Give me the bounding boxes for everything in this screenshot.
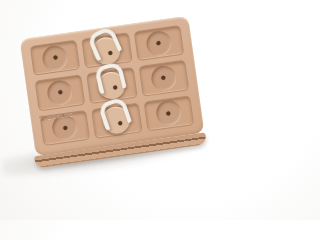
cell-r1c3 [133, 25, 184, 62]
board-tilt-wrapper: DOGLOG [20, 16, 205, 157]
treat-pocket [150, 64, 178, 92]
treat-hole [166, 111, 171, 116]
paw-icon [38, 114, 46, 122]
treat-pocket [145, 29, 173, 57]
treat-hole [58, 91, 63, 96]
treat-pocket [41, 44, 69, 72]
cell-r3c3 [143, 95, 194, 132]
treat-hole [53, 56, 58, 61]
cell-r2c1 [35, 74, 86, 111]
cell-r2c2[interactable] [86, 67, 137, 104]
board-grid [30, 25, 195, 146]
cell-r1c1 [30, 39, 81, 76]
treat-pocket [155, 99, 183, 127]
product-photo-stage: DOGLOG [0, 0, 220, 220]
puzzle-board: DOGLOG [20, 16, 205, 157]
treat-hole [161, 76, 166, 81]
treat-pocket [46, 79, 74, 107]
cell-r3c2[interactable] [91, 102, 142, 139]
cell-r2c3 [138, 60, 189, 97]
treat-hole [63, 126, 68, 131]
treat-hole [157, 41, 162, 46]
